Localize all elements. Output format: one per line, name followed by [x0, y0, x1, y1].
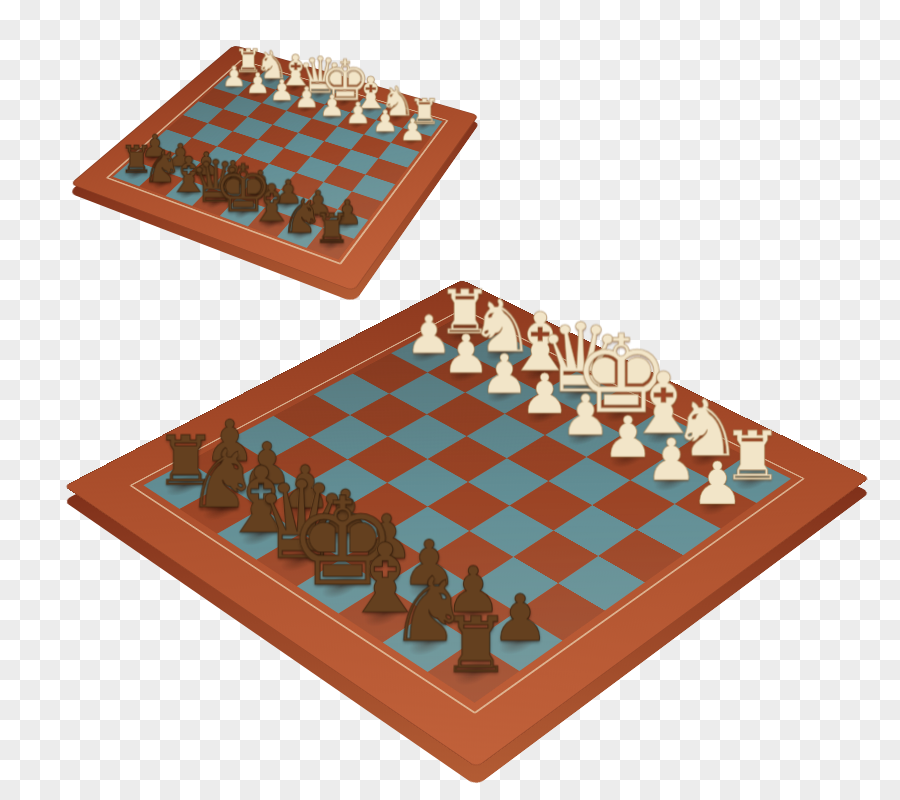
chessboard-near-scene: ♜♟♟♜♞♟♟♞♝♟♟♝♛♟♟♛♚♟♟♚♝♟♟♝♞♟♟♞♜♟♟♜ — [183, 197, 753, 767]
white-pawn[interactable]: ♟ — [345, 98, 372, 128]
scene: ♜♟♟♜♞♟♟♞♝♟♟♝♛♟♟♛♚♟♟♚♝♟♟♝♞♟♟♞♜♟♟♜♜♟♟♜♞♟♟♞… — [0, 0, 900, 800]
white-pawn[interactable]: ♟ — [269, 75, 295, 104]
white-pawn[interactable]: ♟ — [221, 61, 246, 89]
white-pawn[interactable]: ♟ — [294, 83, 320, 112]
squares-grid: ♜♟♟♜♞♟♟♞♝♟♟♝♛♟♟♛♚♟♟♚♝♟♟♝♞♟♟♞♜♟♟♜ — [143, 315, 791, 703]
chessboard-near: ♜♟♟♜♞♟♟♞♝♟♟♝♛♟♟♛♚♟♟♚♝♟♟♝♞♟♟♞♜♟♟♜ — [64, 280, 870, 768]
white-pawn[interactable]: ♟ — [691, 454, 744, 513]
black-rook[interactable]: ♜ — [441, 606, 510, 683]
square-d4[interactable] — [427, 436, 507, 482]
square-h8[interactable]: ♜ — [428, 641, 520, 703]
white-pawn[interactable]: ♟ — [319, 90, 345, 119]
white-pawn[interactable]: ♟ — [399, 114, 426, 144]
white-pawn[interactable]: ♟ — [245, 68, 270, 96]
white-pawn[interactable]: ♟ — [372, 106, 399, 136]
